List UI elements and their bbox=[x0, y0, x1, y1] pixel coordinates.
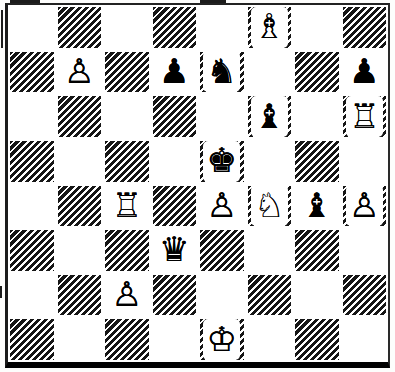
square-a6 bbox=[8, 94, 56, 139]
square-e3 bbox=[198, 228, 246, 273]
square-f8: ♗ bbox=[246, 5, 294, 50]
square-g8 bbox=[293, 5, 341, 50]
square-h8 bbox=[341, 5, 389, 50]
square-b4 bbox=[56, 184, 104, 229]
piece-white-bishop: ♗ bbox=[254, 9, 284, 43]
square-f5 bbox=[246, 139, 294, 184]
piece-white-pawn: ♙ bbox=[112, 277, 142, 311]
square-b8 bbox=[56, 5, 104, 50]
square-e6 bbox=[198, 94, 246, 139]
square-e7: ♞ bbox=[198, 50, 246, 95]
piece-halo: ♝ bbox=[251, 96, 288, 137]
square-b1 bbox=[56, 317, 104, 362]
square-d5 bbox=[151, 139, 199, 184]
piece-black-pawn: ♟ bbox=[159, 54, 189, 88]
square-e8 bbox=[198, 5, 246, 50]
square-e2 bbox=[198, 273, 246, 318]
square-b2 bbox=[56, 273, 104, 318]
square-c4: ♖ bbox=[103, 184, 151, 229]
square-h4: ♙ bbox=[341, 184, 389, 229]
piece-halo: ♙ bbox=[203, 185, 240, 226]
square-a4 bbox=[8, 184, 56, 229]
square-d4 bbox=[151, 184, 199, 229]
square-g3 bbox=[293, 228, 341, 273]
square-d2 bbox=[151, 273, 199, 318]
scan-artifact bbox=[10, 0, 40, 3]
square-d6 bbox=[151, 94, 199, 139]
piece-black-bishop: ♝ bbox=[254, 99, 284, 133]
piece-halo: ♙ bbox=[346, 185, 383, 226]
piece-halo: ♙ bbox=[61, 51, 98, 92]
square-a7 bbox=[8, 50, 56, 95]
square-a2 bbox=[8, 273, 56, 318]
piece-white-pawn: ♙ bbox=[207, 188, 237, 222]
piece-halo: ♔ bbox=[203, 319, 240, 360]
square-f7 bbox=[246, 50, 294, 95]
square-f2 bbox=[246, 273, 294, 318]
piece-halo: ♘ bbox=[251, 185, 288, 226]
piece-halo: ♚ bbox=[203, 141, 240, 182]
piece-halo: ♖ bbox=[108, 185, 145, 226]
square-c3 bbox=[103, 228, 151, 273]
piece-halo: ♞ bbox=[203, 51, 240, 92]
square-h6: ♖ bbox=[341, 94, 389, 139]
square-h7: ♟ bbox=[341, 50, 389, 95]
square-g4: ♝ bbox=[293, 184, 341, 229]
square-b5 bbox=[56, 139, 104, 184]
scan-artifact bbox=[0, 286, 2, 298]
piece-black-bishop: ♝ bbox=[302, 188, 332, 222]
square-c6 bbox=[103, 94, 151, 139]
square-g2 bbox=[293, 273, 341, 318]
piece-halo: ♗ bbox=[251, 7, 288, 48]
square-c2: ♙ bbox=[103, 273, 151, 318]
piece-halo: ♙ bbox=[108, 275, 145, 316]
scan-artifact bbox=[200, 0, 226, 3]
square-b6 bbox=[56, 94, 104, 139]
square-f6: ♝ bbox=[246, 94, 294, 139]
square-h5 bbox=[341, 139, 389, 184]
scan-artifact bbox=[1, 10, 3, 48]
piece-halo: ♖ bbox=[346, 96, 383, 137]
piece-halo: ♛ bbox=[156, 230, 193, 271]
piece-white-knight: ♘ bbox=[254, 188, 284, 222]
piece-white-rook: ♖ bbox=[349, 99, 379, 133]
square-b7: ♙ bbox=[56, 50, 104, 95]
square-g6 bbox=[293, 94, 341, 139]
square-h1 bbox=[341, 317, 389, 362]
piece-black-king: ♚ bbox=[207, 143, 237, 177]
piece-white-pawn: ♙ bbox=[349, 188, 379, 222]
piece-black-pawn: ♟ bbox=[349, 54, 379, 88]
square-c5 bbox=[103, 139, 151, 184]
piece-halo: ♟ bbox=[156, 51, 193, 92]
square-a1 bbox=[8, 317, 56, 362]
square-b3 bbox=[56, 228, 104, 273]
square-e4: ♙ bbox=[198, 184, 246, 229]
square-a5 bbox=[8, 139, 56, 184]
square-e5: ♚ bbox=[198, 139, 246, 184]
square-c7 bbox=[103, 50, 151, 95]
square-d8 bbox=[151, 5, 199, 50]
piece-black-knight: ♞ bbox=[207, 54, 237, 88]
square-d1 bbox=[151, 317, 199, 362]
square-d7: ♟ bbox=[151, 50, 199, 95]
square-f4: ♘ bbox=[246, 184, 294, 229]
piece-white-rook: ♖ bbox=[112, 188, 142, 222]
square-c1 bbox=[103, 317, 151, 362]
square-g7 bbox=[293, 50, 341, 95]
square-f3 bbox=[246, 228, 294, 273]
piece-white-pawn: ♙ bbox=[64, 54, 94, 88]
chess-board: ♗♙♟♞♟♝♖♚♖♙♘♝♙♛♙♔ bbox=[5, 3, 390, 368]
square-g5 bbox=[293, 139, 341, 184]
piece-halo: ♝ bbox=[298, 185, 335, 226]
square-f1 bbox=[246, 317, 294, 362]
square-a3 bbox=[8, 228, 56, 273]
square-e1: ♔ bbox=[198, 317, 246, 362]
piece-black-queen: ♛ bbox=[159, 232, 189, 266]
square-a8 bbox=[8, 5, 56, 50]
printed-page: ♗♙♟♞♟♝♖♚♖♙♘♝♙♛♙♔ bbox=[0, 0, 395, 372]
square-h3 bbox=[341, 228, 389, 273]
piece-halo: ♟ bbox=[346, 51, 383, 92]
square-c8 bbox=[103, 5, 151, 50]
square-g1 bbox=[293, 317, 341, 362]
square-d3: ♛ bbox=[151, 228, 199, 273]
square-h2 bbox=[341, 273, 389, 318]
piece-white-king: ♔ bbox=[207, 322, 237, 356]
